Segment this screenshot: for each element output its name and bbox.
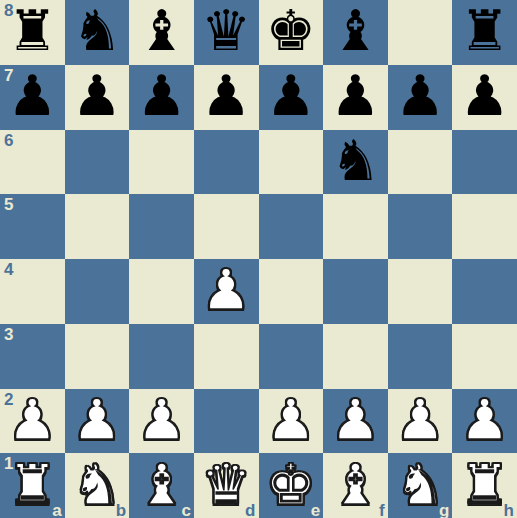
chess-board: 8♜♞♝♛♚♝♜7♟♟♟♟♟♟♟♟6♞54♟32♟♟♟♟♟♟♟1a♜b♞c♝d♛… xyxy=(0,0,517,518)
piece-black-pawn[interactable]: ♟ xyxy=(136,68,186,124)
square-f2[interactable]: ♟ xyxy=(323,389,388,454)
square-c5[interactable] xyxy=(129,194,194,259)
square-g4[interactable] xyxy=(388,259,453,324)
square-a4[interactable]: 4 xyxy=(0,259,65,324)
piece-white-rook[interactable]: ♜ xyxy=(7,457,57,513)
square-g5[interactable] xyxy=(388,194,453,259)
square-h6[interactable] xyxy=(452,130,517,195)
square-b5[interactable] xyxy=(65,194,130,259)
piece-white-knight[interactable]: ♞ xyxy=(72,457,122,513)
square-e3[interactable] xyxy=(259,324,324,389)
piece-white-pawn[interactable]: ♟ xyxy=(395,392,445,448)
piece-white-pawn[interactable]: ♟ xyxy=(460,392,510,448)
square-g6[interactable] xyxy=(388,130,453,195)
piece-black-knight[interactable]: ♞ xyxy=(72,3,122,59)
square-e1[interactable]: e♚ xyxy=(259,453,324,518)
square-d1[interactable]: d♛ xyxy=(194,453,259,518)
square-a8[interactable]: 8♜ xyxy=(0,0,65,65)
piece-black-rook[interactable]: ♜ xyxy=(460,3,510,59)
piece-white-pawn[interactable]: ♟ xyxy=(266,392,316,448)
square-d2[interactable] xyxy=(194,389,259,454)
square-a5[interactable]: 5 xyxy=(0,194,65,259)
square-c2[interactable]: ♟ xyxy=(129,389,194,454)
rank-label-3: 3 xyxy=(4,326,13,343)
square-h5[interactable] xyxy=(452,194,517,259)
square-c3[interactable] xyxy=(129,324,194,389)
square-f1[interactable]: f♝ xyxy=(323,453,388,518)
piece-black-queen[interactable]: ♛ xyxy=(201,3,251,59)
square-b7[interactable]: ♟ xyxy=(65,65,130,130)
rank-label-6: 6 xyxy=(4,132,13,149)
piece-black-bishop[interactable]: ♝ xyxy=(136,3,186,59)
piece-white-pawn[interactable]: ♟ xyxy=(201,262,251,318)
square-b1[interactable]: b♞ xyxy=(65,453,130,518)
piece-white-king[interactable]: ♚ xyxy=(266,457,316,513)
square-f3[interactable] xyxy=(323,324,388,389)
square-b6[interactable] xyxy=(65,130,130,195)
square-a7[interactable]: 7♟ xyxy=(0,65,65,130)
piece-black-bishop[interactable]: ♝ xyxy=(330,3,380,59)
square-e4[interactable] xyxy=(259,259,324,324)
square-g1[interactable]: g♞ xyxy=(388,453,453,518)
square-h4[interactable] xyxy=(452,259,517,324)
square-c6[interactable] xyxy=(129,130,194,195)
piece-black-pawn[interactable]: ♟ xyxy=(201,68,251,124)
square-d3[interactable] xyxy=(194,324,259,389)
piece-white-pawn[interactable]: ♟ xyxy=(72,392,122,448)
piece-white-pawn[interactable]: ♟ xyxy=(330,392,380,448)
square-b8[interactable]: ♞ xyxy=(65,0,130,65)
piece-black-pawn[interactable]: ♟ xyxy=(460,68,510,124)
piece-white-knight[interactable]: ♞ xyxy=(395,457,445,513)
square-g7[interactable]: ♟ xyxy=(388,65,453,130)
rank-label-4: 4 xyxy=(4,261,13,278)
square-a2[interactable]: 2♟ xyxy=(0,389,65,454)
piece-black-rook[interactable]: ♜ xyxy=(7,3,57,59)
square-c1[interactable]: c♝ xyxy=(129,453,194,518)
square-g3[interactable] xyxy=(388,324,453,389)
square-c7[interactable]: ♟ xyxy=(129,65,194,130)
square-g2[interactable]: ♟ xyxy=(388,389,453,454)
square-a3[interactable]: 3 xyxy=(0,324,65,389)
square-h1[interactable]: h♜ xyxy=(452,453,517,518)
square-b3[interactable] xyxy=(65,324,130,389)
square-a1[interactable]: 1a♜ xyxy=(0,453,65,518)
square-f7[interactable]: ♟ xyxy=(323,65,388,130)
square-c4[interactable] xyxy=(129,259,194,324)
square-c8[interactable]: ♝ xyxy=(129,0,194,65)
square-d5[interactable] xyxy=(194,194,259,259)
piece-black-pawn[interactable]: ♟ xyxy=(266,68,316,124)
square-b2[interactable]: ♟ xyxy=(65,389,130,454)
square-h2[interactable]: ♟ xyxy=(452,389,517,454)
piece-black-pawn[interactable]: ♟ xyxy=(395,68,445,124)
square-e6[interactable] xyxy=(259,130,324,195)
piece-white-bishop[interactable]: ♝ xyxy=(136,457,186,513)
square-f5[interactable] xyxy=(323,194,388,259)
square-d6[interactable] xyxy=(194,130,259,195)
square-e5[interactable] xyxy=(259,194,324,259)
square-e2[interactable]: ♟ xyxy=(259,389,324,454)
piece-black-pawn[interactable]: ♟ xyxy=(72,68,122,124)
piece-black-knight[interactable]: ♞ xyxy=(330,133,380,189)
square-f6[interactable]: ♞ xyxy=(323,130,388,195)
square-e7[interactable]: ♟ xyxy=(259,65,324,130)
square-f8[interactable]: ♝ xyxy=(323,0,388,65)
square-e8[interactable]: ♚ xyxy=(259,0,324,65)
square-g8[interactable] xyxy=(388,0,453,65)
square-h8[interactable]: ♜ xyxy=(452,0,517,65)
piece-white-bishop[interactable]: ♝ xyxy=(330,457,380,513)
rank-label-5: 5 xyxy=(4,196,13,213)
piece-white-pawn[interactable]: ♟ xyxy=(136,392,186,448)
square-f4[interactable] xyxy=(323,259,388,324)
piece-white-pawn[interactable]: ♟ xyxy=(7,392,57,448)
piece-black-pawn[interactable]: ♟ xyxy=(330,68,380,124)
piece-white-queen[interactable]: ♛ xyxy=(201,457,251,513)
square-d8[interactable]: ♛ xyxy=(194,0,259,65)
piece-black-king[interactable]: ♚ xyxy=(266,3,316,59)
square-h7[interactable]: ♟ xyxy=(452,65,517,130)
square-a6[interactable]: 6 xyxy=(0,130,65,195)
square-h3[interactable] xyxy=(452,324,517,389)
square-b4[interactable] xyxy=(65,259,130,324)
square-d7[interactable]: ♟ xyxy=(194,65,259,130)
piece-white-rook[interactable]: ♜ xyxy=(460,457,510,513)
square-d4[interactable]: ♟ xyxy=(194,259,259,324)
piece-black-pawn[interactable]: ♟ xyxy=(7,68,57,124)
